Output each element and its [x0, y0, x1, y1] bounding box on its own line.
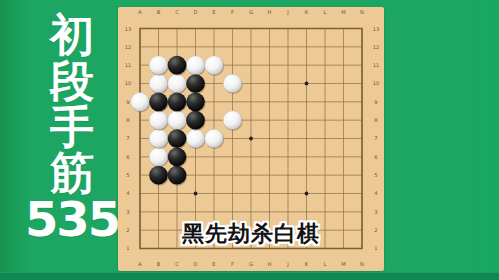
coordinate-label: A	[138, 9, 142, 15]
star-point-K4	[305, 192, 309, 196]
coordinate-label: L	[324, 261, 327, 267]
coordinate-label: 1	[126, 245, 129, 251]
coordinate-label: 11	[125, 62, 132, 68]
coordinate-label: 11	[373, 62, 380, 68]
coordinate-label: 4	[126, 190, 130, 196]
coordinate-label: 3	[126, 209, 129, 215]
coordinate-label: 3	[374, 209, 377, 215]
stone-white-B8	[149, 111, 168, 130]
coordinate-label: H	[268, 9, 272, 15]
coordinate-label: 12	[125, 44, 132, 50]
coordinate-label: E	[212, 9, 215, 15]
coordinate-label: G	[249, 261, 253, 267]
stone-black-D10	[186, 74, 205, 93]
coordinate-label: G	[249, 9, 253, 15]
coordinate-label: 8	[374, 117, 377, 123]
coordinate-label: 4	[374, 190, 378, 196]
stone-black-C6	[168, 148, 187, 167]
stone-black-D8	[186, 111, 205, 130]
stone-white-F10	[223, 74, 242, 93]
coordinate-label: 8	[126, 117, 129, 123]
title-char-1: 初	[50, 12, 94, 58]
title-char-3: 手	[50, 104, 94, 150]
coordinate-label: N	[360, 261, 364, 267]
star-point-G7	[249, 137, 253, 141]
coordinate-label: F	[231, 9, 234, 15]
coordinate-label: D	[194, 261, 198, 267]
coordinate-label: 5	[126, 172, 129, 178]
stone-white-F8	[223, 111, 242, 130]
coordinate-label: C	[175, 9, 179, 15]
stone-black-B5	[149, 166, 168, 185]
coordinate-label: K	[305, 261, 309, 267]
title-char-2: 段	[50, 58, 94, 104]
stone-black-D9	[186, 93, 205, 112]
coordinate-label: M	[341, 261, 345, 267]
title-number: 535	[25, 196, 119, 243]
stone-white-B10	[149, 74, 168, 93]
coordinate-label: 9	[126, 99, 129, 105]
stone-white-E11	[205, 56, 224, 75]
coordinate-label: 2	[374, 227, 377, 233]
coordinate-label: C	[175, 261, 179, 267]
coordinate-label: M	[341, 9, 345, 15]
coordinate-label: F	[231, 261, 234, 267]
coordinate-label: 12	[373, 44, 380, 50]
puzzle-caption: 黑先劫杀白棋	[182, 219, 320, 249]
stone-white-C8	[168, 111, 187, 130]
stone-black-C5	[168, 166, 187, 185]
coordinate-label: 13	[125, 26, 132, 32]
coordinate-label: 7	[126, 135, 129, 141]
coordinate-label: 6	[126, 154, 129, 160]
stone-black-C11	[168, 56, 187, 75]
coordinate-label: D	[194, 9, 198, 15]
stone-white-D11	[186, 56, 205, 75]
title-char-4: 筋	[50, 150, 94, 196]
stones	[131, 56, 243, 186]
stone-white-B7	[149, 129, 168, 148]
stone-black-C7	[168, 129, 187, 148]
stone-white-E7	[205, 129, 224, 148]
stone-white-B6	[149, 148, 168, 167]
coordinate-label: 6	[374, 154, 377, 160]
stone-black-C9	[168, 93, 187, 112]
coordinate-label: 9	[374, 99, 377, 105]
coordinate-label: K	[305, 9, 309, 15]
video-frame: 初 段 手 筋 535 AABBCCDDEEFFGGHHJJKKLLMM	[0, 0, 499, 280]
coordinate-label: B	[157, 261, 161, 267]
coordinate-label: J	[286, 9, 289, 16]
stone-black-B9	[149, 93, 168, 112]
coordinate-label: E	[212, 261, 215, 267]
coordinate-label: 10	[125, 80, 132, 86]
stone-white-A9	[131, 93, 150, 112]
coordinate-label: 7	[374, 135, 377, 141]
coordinate-label: 10	[373, 80, 380, 86]
star-point-K10	[305, 82, 309, 86]
coordinate-label: 1	[374, 245, 377, 251]
star-point-D4	[194, 192, 198, 196]
bottom-strip	[0, 272, 499, 280]
coordinate-label: 2	[126, 227, 129, 233]
coordinate-label: 5	[374, 172, 377, 178]
coordinate-label: L	[324, 9, 327, 15]
title-panel: 初 段 手 筋 535	[22, 12, 122, 268]
stone-white-B11	[149, 56, 168, 75]
stone-white-C10	[168, 74, 187, 93]
go-board: AABBCCDDEEFFGGHHJJKKLLMMNN13131212111110…	[118, 7, 384, 271]
coordinate-label: N	[360, 9, 364, 15]
coordinate-label: H	[268, 261, 272, 267]
coordinate-label: B	[157, 9, 161, 15]
stone-white-D7	[186, 129, 205, 148]
coordinate-label: J	[286, 261, 289, 268]
coordinate-label: A	[138, 261, 142, 267]
coordinate-label: 13	[373, 26, 380, 32]
